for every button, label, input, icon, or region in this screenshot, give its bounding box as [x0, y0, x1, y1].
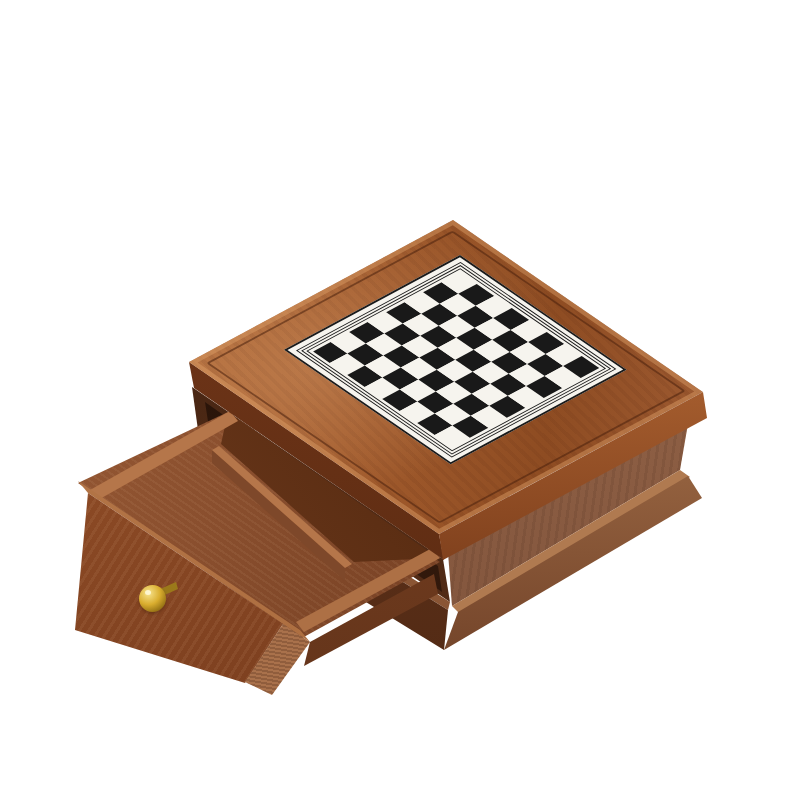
- drawer-knob: [139, 585, 166, 612]
- product-photo-stage: [0, 0, 800, 800]
